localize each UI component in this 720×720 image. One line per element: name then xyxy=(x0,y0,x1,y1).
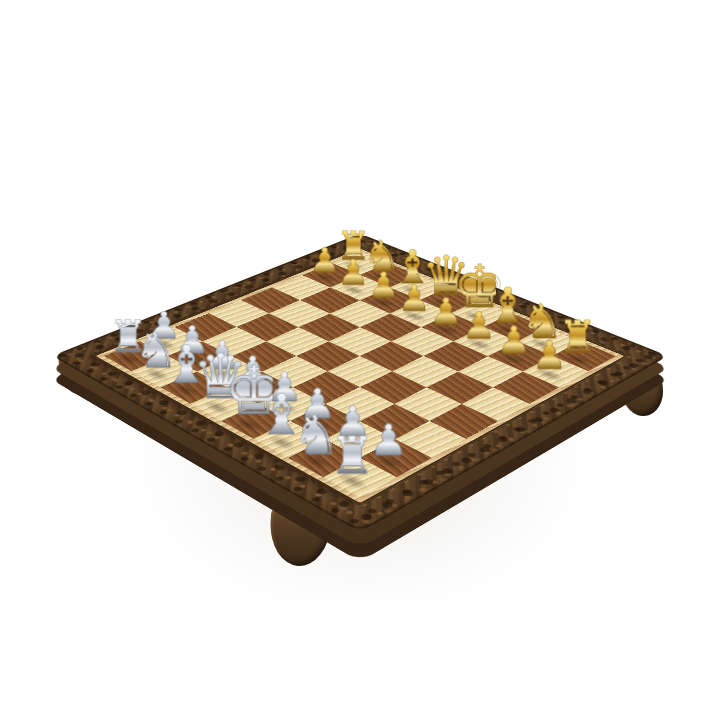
product-photo: ♜♞♝♛♚♝♞♜♟♟♟♟♟♟♟♟♟♟♟♟♟♟♟♟♜♞♝♛♚♝♞♜ xyxy=(0,0,720,720)
square-g6[interactable] xyxy=(458,356,523,387)
piece-white-rook[interactable]: ♜ xyxy=(326,431,378,482)
piece-black-pawn[interactable]: ♟ xyxy=(526,336,572,375)
